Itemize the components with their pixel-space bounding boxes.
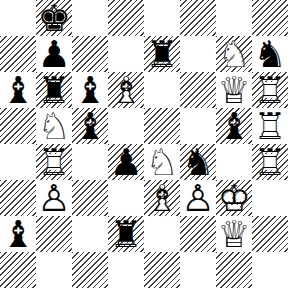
square-g6[interactable]: ♛♕ xyxy=(216,72,252,108)
square-g4[interactable] xyxy=(216,144,252,180)
white-queen-icon-fill: ♛ xyxy=(216,216,252,252)
black-pawn-icon-fill: ♟ xyxy=(36,36,72,72)
square-f3[interactable]: ♟♙ xyxy=(180,180,216,216)
square-a1[interactable] xyxy=(0,252,36,288)
square-c1[interactable] xyxy=(72,252,108,288)
black-bishop-icon: ♝ xyxy=(72,108,108,144)
square-h1[interactable] xyxy=(252,252,288,288)
black-knight-icon-fill: ♞ xyxy=(180,144,216,180)
square-h7[interactable]: ♞♞ xyxy=(252,36,288,72)
black-pawn-icon-fill: ♟ xyxy=(108,144,144,180)
square-h4[interactable]: ♜♖ xyxy=(252,144,288,180)
square-c4[interactable] xyxy=(72,144,108,180)
white-rook-icon-fill: ♜ xyxy=(252,144,288,180)
square-d4[interactable]: ♟♟ xyxy=(108,144,144,180)
square-f8[interactable] xyxy=(180,0,216,36)
square-e6[interactable] xyxy=(144,72,180,108)
white-bishop-icon: ♗ xyxy=(108,72,144,108)
white-pawn-icon-fill: ♟ xyxy=(36,180,72,216)
black-rook-icon-fill: ♜ xyxy=(144,36,180,72)
square-c7[interactable] xyxy=(72,36,108,72)
white-rook-icon: ♖ xyxy=(252,72,288,108)
square-a5[interactable] xyxy=(0,108,36,144)
square-g2[interactable]: ♛♕ xyxy=(216,216,252,252)
black-rook-icon: ♜ xyxy=(108,216,144,252)
white-rook-icon-fill: ♜ xyxy=(252,72,288,108)
square-c8[interactable] xyxy=(72,0,108,36)
black-pawn-icon: ♟ xyxy=(108,144,144,180)
square-g1[interactable] xyxy=(216,252,252,288)
white-queen-icon: ♕ xyxy=(216,216,252,252)
square-c2[interactable] xyxy=(72,216,108,252)
white-knight-icon-fill: ♞ xyxy=(36,108,72,144)
white-pawn-icon: ♙ xyxy=(36,180,72,216)
square-b7[interactable]: ♟♟ xyxy=(36,36,72,72)
black-rook-icon: ♜ xyxy=(36,72,72,108)
square-a8[interactable] xyxy=(0,0,36,36)
square-g7[interactable]: ♞♘ xyxy=(216,36,252,72)
white-bishop-icon: ♗ xyxy=(144,180,180,216)
square-e8[interactable] xyxy=(144,0,180,36)
square-b5[interactable]: ♞♘ xyxy=(36,108,72,144)
white-bishop-icon-fill: ♝ xyxy=(144,180,180,216)
white-pawn-icon: ♙ xyxy=(180,180,216,216)
square-g5[interactable]: ♝♝ xyxy=(216,108,252,144)
square-h3[interactable] xyxy=(252,180,288,216)
black-bishop-icon-fill: ♝ xyxy=(72,72,108,108)
square-d8[interactable] xyxy=(108,0,144,36)
square-b2[interactable] xyxy=(36,216,72,252)
square-b3[interactable]: ♟♙ xyxy=(36,180,72,216)
white-knight-icon-fill: ♞ xyxy=(216,36,252,72)
square-f4[interactable]: ♞♞ xyxy=(180,144,216,180)
square-f5[interactable] xyxy=(180,108,216,144)
black-knight-icon: ♞ xyxy=(252,36,288,72)
white-knight-icon: ♘ xyxy=(36,108,72,144)
black-rook-icon: ♜ xyxy=(144,36,180,72)
white-pawn-icon-fill: ♟ xyxy=(180,180,216,216)
square-g3[interactable]: ♚♔ xyxy=(216,180,252,216)
black-king-icon: ♚ xyxy=(36,0,72,36)
white-knight-icon: ♘ xyxy=(144,144,180,180)
square-a7[interactable] xyxy=(0,36,36,72)
square-d2[interactable]: ♜♜ xyxy=(108,216,144,252)
black-bishop-icon: ♝ xyxy=(0,72,36,108)
square-e3[interactable]: ♝♗ xyxy=(144,180,180,216)
black-pawn-icon: ♟ xyxy=(36,36,72,72)
white-rook-icon-fill: ♜ xyxy=(36,144,72,180)
square-e2[interactable] xyxy=(144,216,180,252)
square-c6[interactable]: ♝♝ xyxy=(72,72,108,108)
square-b4[interactable]: ♜♖ xyxy=(36,144,72,180)
black-bishop-icon-fill: ♝ xyxy=(216,108,252,144)
square-a6[interactable]: ♝♝ xyxy=(0,72,36,108)
white-king-icon-fill: ♚ xyxy=(216,180,252,216)
square-c5[interactable]: ♝♝ xyxy=(72,108,108,144)
square-c3[interactable] xyxy=(72,180,108,216)
square-h6[interactable]: ♜♖ xyxy=(252,72,288,108)
black-rook-icon-fill: ♜ xyxy=(36,72,72,108)
black-knight-icon-fill: ♞ xyxy=(252,36,288,72)
white-rook-icon: ♖ xyxy=(252,144,288,180)
square-e1[interactable] xyxy=(144,252,180,288)
white-bishop-icon-fill: ♝ xyxy=(108,72,144,108)
square-d6[interactable]: ♝♗ xyxy=(108,72,144,108)
square-h5[interactable]: ♜♖ xyxy=(252,108,288,144)
white-queen-icon-fill: ♛ xyxy=(216,72,252,108)
black-bishop-icon: ♝ xyxy=(0,216,36,252)
square-a3[interactable] xyxy=(0,180,36,216)
black-bishop-icon-fill: ♝ xyxy=(72,108,108,144)
square-h8[interactable] xyxy=(252,0,288,36)
square-b6[interactable]: ♜♜ xyxy=(36,72,72,108)
square-f1[interactable] xyxy=(180,252,216,288)
square-b8[interactable]: ♚♚ xyxy=(36,0,72,36)
square-d1[interactable] xyxy=(108,252,144,288)
square-e7[interactable]: ♜♜ xyxy=(144,36,180,72)
square-h2[interactable] xyxy=(252,216,288,252)
white-rook-icon: ♖ xyxy=(36,144,72,180)
white-king-icon: ♔ xyxy=(216,180,252,216)
white-queen-icon: ♕ xyxy=(216,72,252,108)
square-f2[interactable] xyxy=(180,216,216,252)
black-bishop-icon-fill: ♝ xyxy=(0,216,36,252)
white-rook-icon-fill: ♜ xyxy=(252,108,288,144)
black-bishop-icon: ♝ xyxy=(216,108,252,144)
white-knight-icon-fill: ♞ xyxy=(144,144,180,180)
square-d7[interactable] xyxy=(108,36,144,72)
chess-board: ♚♚♟♟♜♜♞♘♞♞♝♝♜♜♝♝♝♗♛♕♜♖♞♘♝♝♝♝♜♖♜♖♟♟♞♘♞♞♜♖… xyxy=(0,0,288,288)
black-rook-icon-fill: ♜ xyxy=(108,216,144,252)
square-d3[interactable] xyxy=(108,180,144,216)
square-d5[interactable] xyxy=(108,108,144,144)
white-rook-icon: ♖ xyxy=(252,108,288,144)
square-g8[interactable] xyxy=(216,0,252,36)
black-knight-icon: ♞ xyxy=(180,144,216,180)
white-knight-icon: ♘ xyxy=(216,36,252,72)
black-king-icon-fill: ♚ xyxy=(36,0,72,36)
square-e5[interactable] xyxy=(144,108,180,144)
square-e4[interactable]: ♞♘ xyxy=(144,144,180,180)
square-f6[interactable] xyxy=(180,72,216,108)
square-a4[interactable] xyxy=(0,144,36,180)
black-bishop-icon-fill: ♝ xyxy=(0,72,36,108)
square-a2[interactable]: ♝♝ xyxy=(0,216,36,252)
square-b1[interactable] xyxy=(36,252,72,288)
black-bishop-icon: ♝ xyxy=(72,72,108,108)
square-f7[interactable] xyxy=(180,36,216,72)
